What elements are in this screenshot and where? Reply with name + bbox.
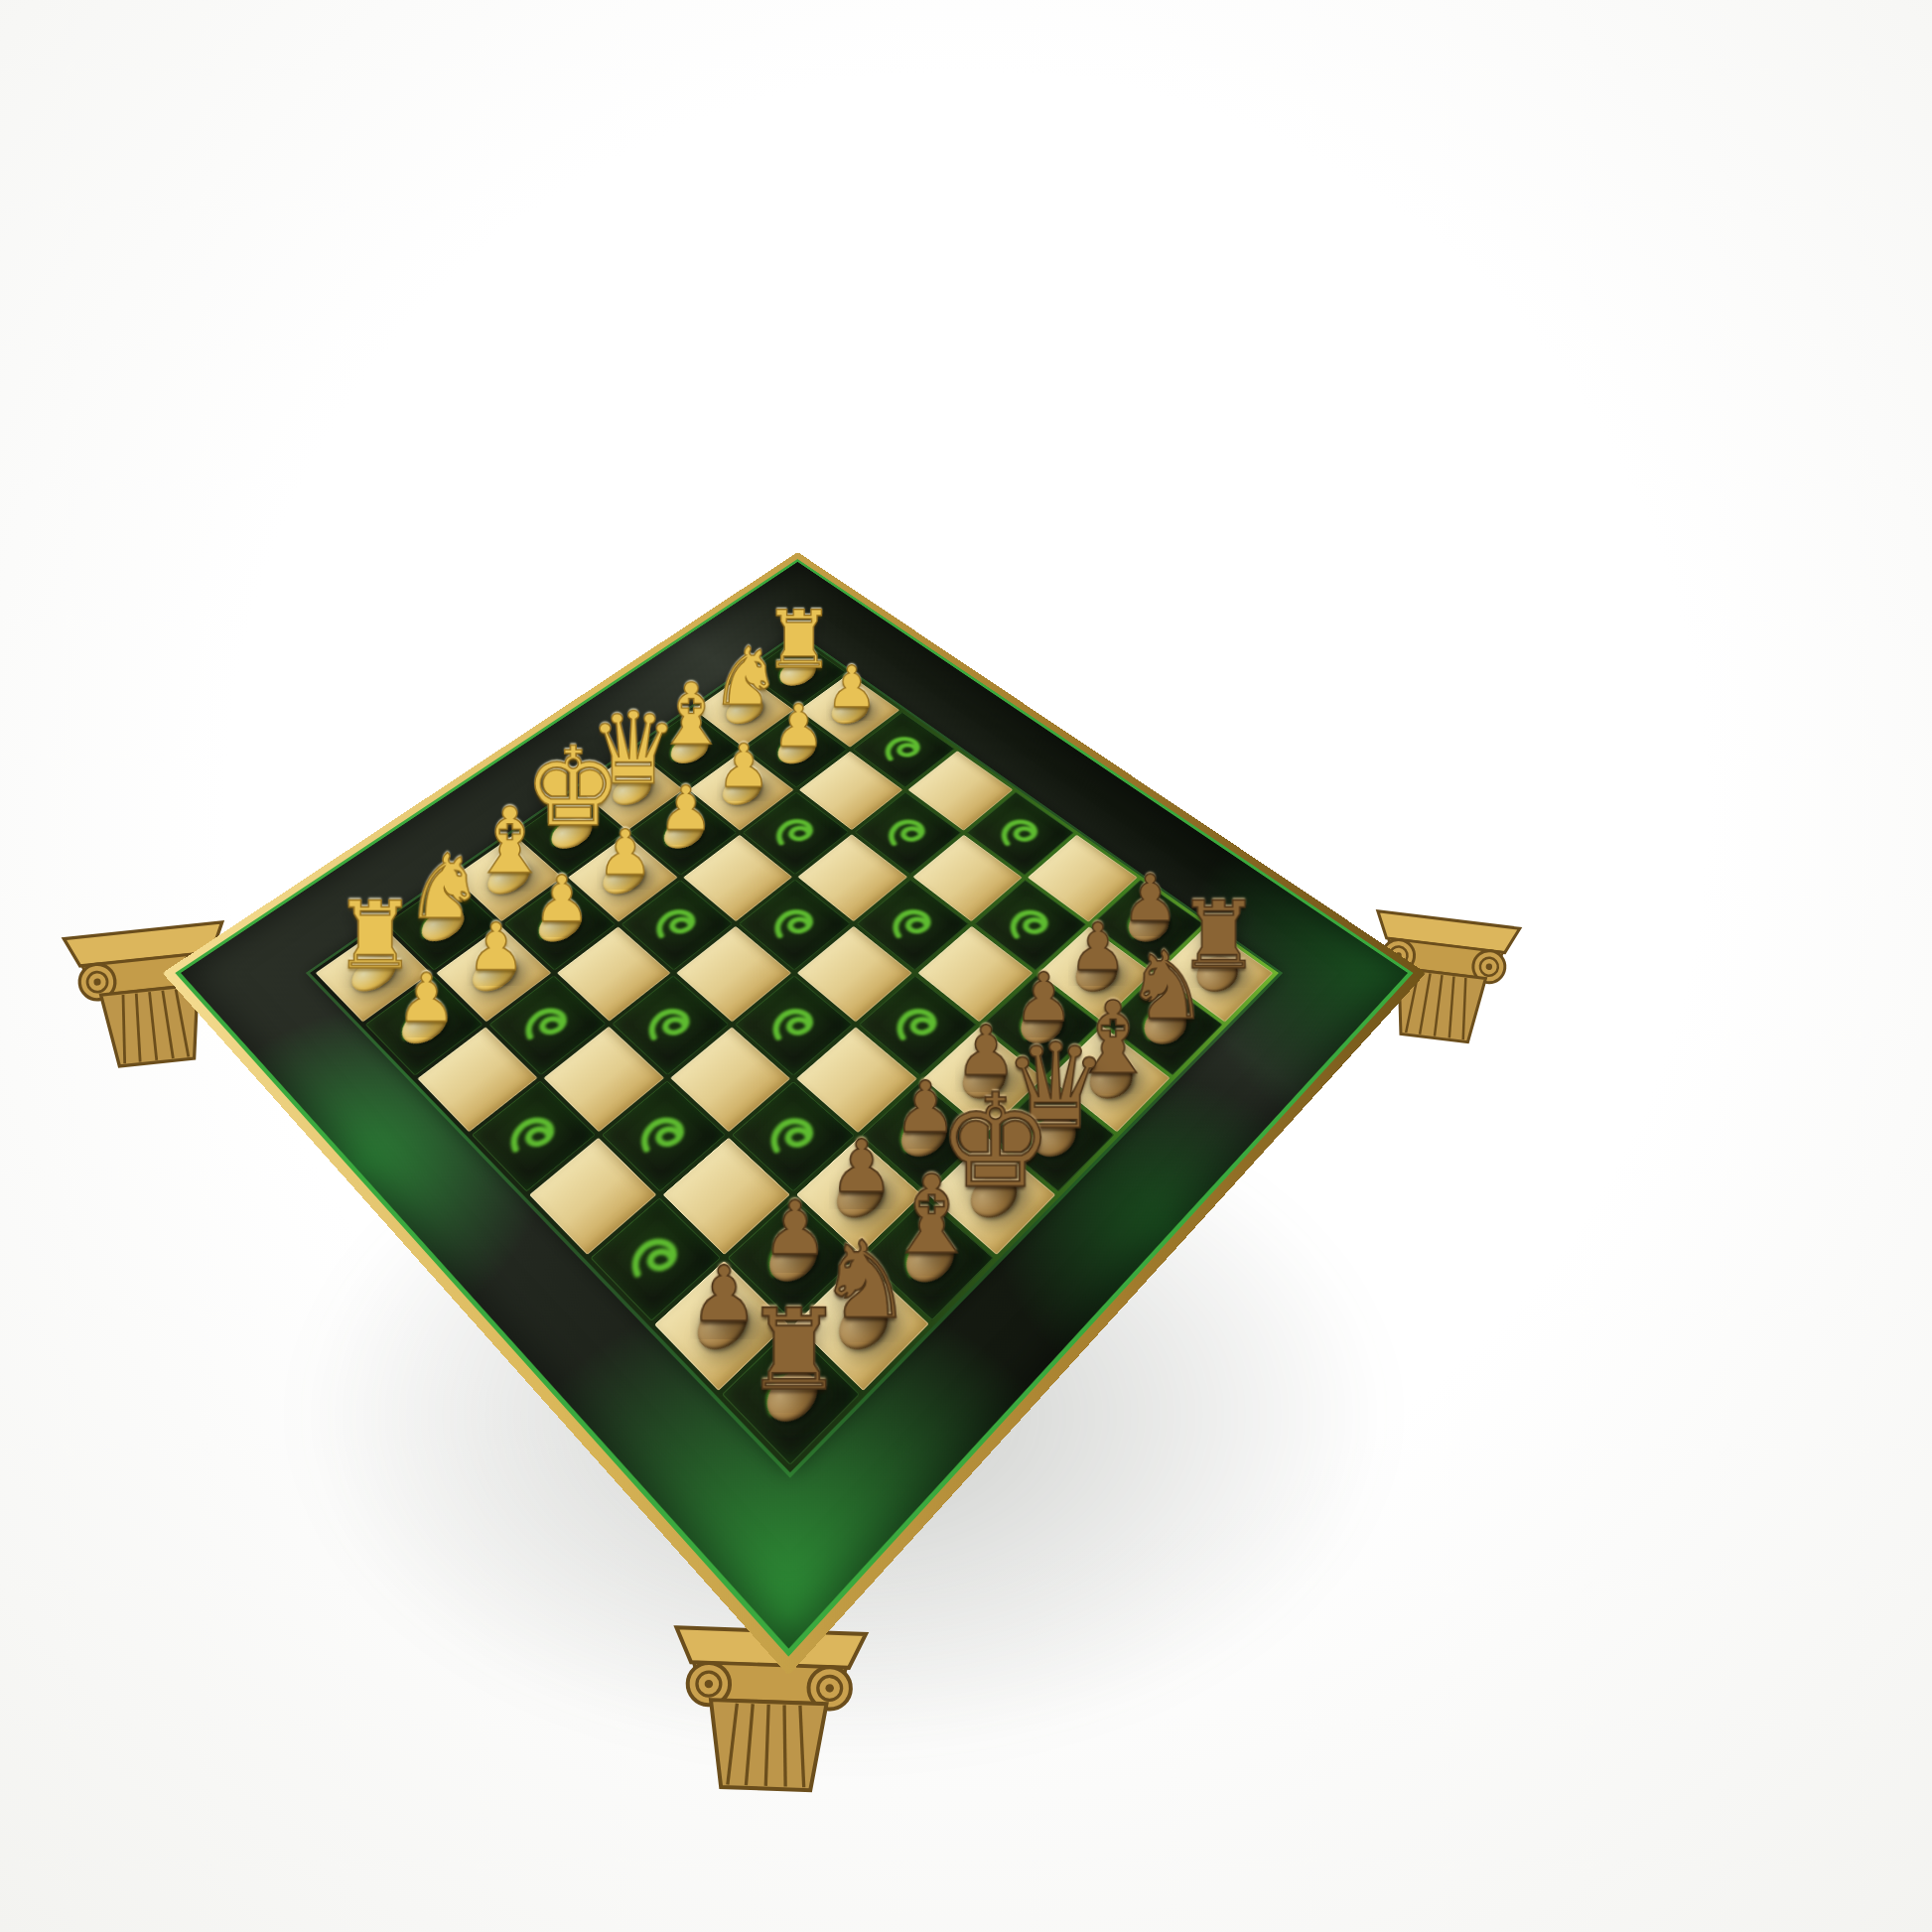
piece-gold-pawn[interactable]: ♟ xyxy=(772,700,825,754)
piece-gold-pawn[interactable]: ♟ xyxy=(826,661,878,714)
piece-gold-pawn[interactable]: ♟ xyxy=(396,968,457,1030)
piece-bronze-pawn[interactable]: ♟ xyxy=(1122,871,1179,929)
board-stage: ♜♜♞♞♝♝♚♚♛♛♝♝♞♞♜♜♟♟♟♟♟♟♟♟♟♟♟♟♟♟♟♟♟♟♟♟♟♟♟♟… xyxy=(0,0,1932,1932)
piece-bronze-pawn[interactable]: ♟ xyxy=(1069,918,1128,979)
green-swirl-icon xyxy=(994,897,1066,951)
photo-scene: ♜♜♞♞♝♝♚♚♛♛♝♝♞♞♜♜♟♟♟♟♟♟♟♟♟♟♟♟♟♟♟♟♟♟♟♟♟♟♟♟… xyxy=(0,0,1932,1932)
piece-gold-pawn[interactable]: ♟ xyxy=(717,740,770,794)
piece-gold-pawn[interactable]: ♟ xyxy=(597,825,653,883)
green-swirl-icon xyxy=(876,808,941,858)
green-swirl-icon xyxy=(873,727,935,771)
piece-bronze-rook[interactable]: ♜ xyxy=(744,1299,844,1402)
piece-gold-pawn[interactable]: ♟ xyxy=(533,871,591,929)
green-swirl-icon xyxy=(760,897,828,951)
piece-gold-pawn[interactable]: ♟ xyxy=(658,781,713,838)
piece-gold-pawn[interactable]: ♟ xyxy=(467,918,525,979)
green-swirl-icon xyxy=(986,808,1054,858)
